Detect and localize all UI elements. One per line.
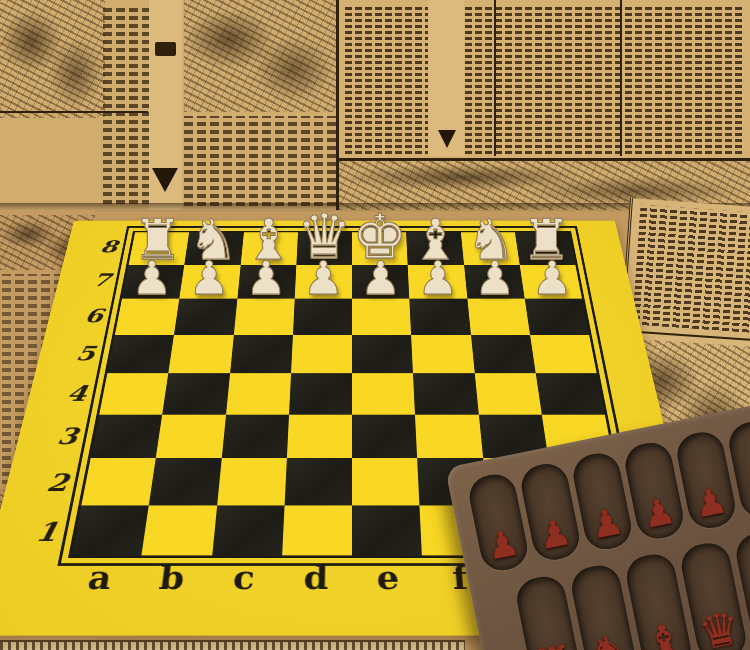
piece-red-bishop[interactable]: ♝ (640, 615, 690, 650)
spine-chevron (152, 168, 178, 192)
piece-red-pawn[interactable]: ♟ (484, 524, 523, 566)
piece-red-pawn[interactable]: ♟ (587, 503, 626, 545)
square-f4[interactable] (413, 373, 478, 414)
square-d1[interactable] (282, 505, 352, 555)
column-rule (0, 111, 148, 113)
woodcut-illustration (184, 0, 336, 112)
square-e2[interactable] (352, 458, 420, 505)
square-b2[interactable] (149, 458, 221, 505)
square-d4[interactable] (289, 373, 352, 414)
square-b3[interactable] (156, 414, 226, 458)
piece-red-pawn[interactable]: ♟ (536, 514, 575, 556)
spine-chevron (438, 130, 456, 148)
rank-label-8: 8 (77, 231, 120, 263)
column-rule (620, 0, 622, 156)
piece-red-pawn[interactable]: ♟ (691, 482, 730, 524)
rank-label-3: 3 (30, 415, 82, 459)
square-e1[interactable] (352, 505, 422, 555)
square-e3[interactable] (352, 414, 417, 458)
spine-box-mark (155, 42, 176, 56)
piece-ivory-pawn-c7[interactable]: ♟ (246, 255, 287, 301)
rank-label-1: 1 (6, 507, 63, 558)
square-h4[interactable] (536, 373, 605, 414)
text-columns (184, 116, 336, 206)
rank-label-2: 2 (18, 459, 72, 507)
bottom-paper-strip (0, 642, 465, 650)
square-e5[interactable] (352, 335, 413, 373)
square-f3[interactable] (415, 414, 482, 458)
square-a2[interactable] (81, 458, 156, 505)
square-c3[interactable] (221, 414, 288, 458)
square-d2[interactable] (284, 458, 352, 505)
piece-ivory-pawn-h7[interactable]: ♟ (532, 255, 573, 301)
piece-ivory-pawn-b7[interactable]: ♟ (188, 255, 229, 301)
file-label-d: d (279, 560, 352, 597)
square-h5[interactable] (530, 335, 597, 373)
text-columns (103, 4, 149, 204)
piece-ivory-pawn-a7[interactable]: ♟ (131, 255, 172, 301)
text-columns (345, 4, 745, 154)
piece-red-pawn[interactable]: ♟ (639, 492, 678, 534)
square-b4[interactable] (162, 373, 229, 414)
rank-label-7: 7 (69, 263, 114, 297)
rank-label-5: 5 (51, 334, 99, 373)
file-label-b: b (133, 560, 210, 597)
piece-red-queen[interactable]: ♛ (695, 604, 745, 650)
square-b1[interactable] (142, 505, 217, 555)
piece-red-pawn[interactable]: ♟ (743, 471, 750, 513)
square-g4[interactable] (474, 373, 541, 414)
square-c4[interactable] (226, 373, 291, 414)
square-c2[interactable] (217, 458, 287, 505)
rank-label-6: 6 (60, 298, 106, 335)
square-e4[interactable] (352, 373, 415, 414)
square-a5[interactable] (107, 335, 174, 373)
square-d3[interactable] (287, 414, 352, 458)
square-a4[interactable] (99, 373, 168, 414)
square-d5[interactable] (291, 335, 352, 373)
text-columns (632, 205, 750, 333)
file-label-e: e (352, 560, 425, 597)
square-c1[interactable] (212, 505, 285, 555)
square-a3[interactable] (91, 414, 163, 458)
rank-label-4: 4 (41, 373, 91, 415)
square-b5[interactable] (168, 335, 233, 373)
square-f5[interactable] (411, 335, 474, 373)
square-g5[interactable] (471, 335, 536, 373)
woodcut-illustration (0, 0, 105, 118)
piece-ivory-pawn-g7[interactable]: ♟ (474, 255, 515, 301)
piece-red-knight[interactable]: ♞ (585, 626, 635, 650)
column-rule (494, 0, 496, 156)
square-a1[interactable] (72, 505, 150, 555)
square-c5[interactable] (230, 335, 293, 373)
piece-ivory-pawn-e7[interactable]: ♟ (360, 255, 401, 301)
piece-red-rook[interactable]: ♜ (530, 637, 580, 650)
piece-ivory-pawn-d7[interactable]: ♟ (303, 255, 344, 301)
file-label-c: c (206, 560, 281, 597)
piece-ivory-pawn-f7[interactable]: ♟ (417, 255, 458, 301)
photo-stage: 87654321 abcdefgh ♜♞♝♛♚♝♞♜♟♟♟♟♟♟♟♟ ♟♟♟♟♟… (0, 0, 750, 650)
file-label-a: a (60, 560, 138, 597)
